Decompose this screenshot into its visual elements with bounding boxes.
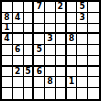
cell-r9c8[interactable]	[77, 88, 88, 99]
cell-r3c4[interactable]	[34, 24, 45, 35]
cell-r3c8[interactable]	[77, 24, 88, 35]
cell-r4c7[interactable]: 8	[67, 34, 78, 45]
cell-r7c7[interactable]	[67, 67, 78, 78]
cell-r8c4[interactable]	[34, 77, 45, 88]
cell-r8c2[interactable]	[13, 77, 24, 88]
cell-r6c6[interactable]	[56, 56, 67, 67]
cell-r7c2[interactable]: 2	[13, 67, 24, 78]
cell-r4c5[interactable]: 3	[45, 34, 56, 45]
cell-r8c6[interactable]	[56, 77, 67, 88]
cell-r8c9[interactable]	[88, 77, 99, 88]
cell-r9c9[interactable]	[88, 88, 99, 99]
given-digit: 5	[36, 46, 42, 54]
cell-r2c8[interactable]: 3	[77, 13, 88, 24]
cell-r7c1[interactable]	[2, 67, 13, 78]
sudoku-board: 72584314386525681	[0, 0, 101, 101]
cell-r5c5[interactable]	[45, 45, 56, 56]
cell-r2c2[interactable]: 4	[13, 13, 24, 24]
cell-r1c8[interactable]: 5	[77, 2, 88, 13]
cell-r4c6[interactable]	[56, 34, 67, 45]
given-digit: 6	[36, 68, 42, 76]
cell-r7c9[interactable]	[88, 67, 99, 78]
given-digit: 8	[47, 78, 53, 86]
cell-r6c3[interactable]	[24, 56, 35, 67]
cell-r4c4[interactable]	[34, 34, 45, 45]
given-digit: 7	[36, 3, 42, 11]
cell-r5c2[interactable]: 6	[13, 45, 24, 56]
cell-r3c6[interactable]	[56, 24, 67, 35]
cell-r1c3[interactable]	[24, 2, 35, 13]
cell-r3c3[interactable]	[24, 24, 35, 35]
given-digit: 6	[15, 46, 21, 54]
cell-r1c7[interactable]	[67, 2, 78, 13]
given-digit: 4	[15, 14, 21, 22]
cell-r5c8[interactable]	[77, 45, 88, 56]
cell-r3c7[interactable]	[67, 24, 78, 35]
cell-r3c9[interactable]	[88, 24, 99, 35]
cell-r1c9[interactable]	[88, 2, 99, 13]
cell-r5c1[interactable]	[2, 45, 13, 56]
cell-r4c3[interactable]	[24, 34, 35, 45]
cell-r8c1[interactable]	[2, 77, 13, 88]
given-digit: 8	[69, 35, 75, 43]
cell-r6c4[interactable]	[34, 56, 45, 67]
cell-r7c6[interactable]	[56, 67, 67, 78]
cell-r4c8[interactable]	[77, 34, 88, 45]
cell-r9c1[interactable]	[2, 88, 13, 99]
given-digit: 3	[47, 35, 53, 43]
cell-r6c8[interactable]	[77, 56, 88, 67]
cell-r9c2[interactable]	[13, 88, 24, 99]
cell-r3c5[interactable]	[45, 24, 56, 35]
cell-r8c3[interactable]	[24, 77, 35, 88]
given-digit: 8	[4, 14, 10, 22]
cell-r4c9[interactable]	[88, 34, 99, 45]
cell-r2c4[interactable]	[34, 13, 45, 24]
cell-r3c2[interactable]	[13, 24, 24, 35]
cell-r7c8[interactable]	[77, 67, 88, 78]
cell-r6c7[interactable]	[67, 56, 78, 67]
given-digit: 2	[15, 68, 21, 76]
cell-r1c5[interactable]	[45, 2, 56, 13]
cell-r2c9[interactable]	[88, 13, 99, 24]
cell-r1c1[interactable]	[2, 2, 13, 13]
cell-r5c3[interactable]	[24, 45, 35, 56]
cell-r1c4[interactable]: 7	[34, 2, 45, 13]
given-digit: 5	[25, 68, 31, 76]
cell-r2c6[interactable]	[56, 13, 67, 24]
given-digit: 2	[57, 3, 63, 11]
cell-r6c2[interactable]	[13, 56, 24, 67]
given-digit: 1	[4, 24, 10, 32]
cell-r7c3[interactable]: 5	[24, 67, 35, 78]
cell-r8c7[interactable]: 1	[67, 77, 78, 88]
cell-r9c6[interactable]	[56, 88, 67, 99]
cell-r6c1[interactable]	[2, 56, 13, 67]
cell-r2c3[interactable]	[24, 13, 35, 24]
cell-r9c4[interactable]	[34, 88, 45, 99]
given-digit: 3	[80, 14, 86, 22]
cell-r7c5[interactable]	[45, 67, 56, 78]
cell-r5c9[interactable]	[88, 45, 99, 56]
cell-r4c2[interactable]	[13, 34, 24, 45]
cell-r1c6[interactable]: 2	[56, 2, 67, 13]
cell-r3c1[interactable]: 1	[2, 24, 13, 35]
cell-r8c8[interactable]	[77, 77, 88, 88]
cell-r9c5[interactable]	[45, 88, 56, 99]
cell-r2c5[interactable]	[45, 13, 56, 24]
cell-r5c7[interactable]	[67, 45, 78, 56]
cell-r5c6[interactable]	[56, 45, 67, 56]
cell-r1c2[interactable]	[13, 2, 24, 13]
cell-r9c7[interactable]	[67, 88, 78, 99]
cell-r8c5[interactable]: 8	[45, 77, 56, 88]
cell-r4c1[interactable]: 4	[2, 34, 13, 45]
cell-r7c4[interactable]: 6	[34, 67, 45, 78]
cell-r2c1[interactable]: 8	[2, 13, 13, 24]
cell-r9c3[interactable]	[24, 88, 35, 99]
cell-r6c5[interactable]	[45, 56, 56, 67]
cell-r6c9[interactable]	[88, 56, 99, 67]
given-digit: 4	[4, 35, 10, 43]
cell-r2c7[interactable]	[67, 13, 78, 24]
cell-r5c4[interactable]: 5	[34, 45, 45, 56]
given-digit: 1	[69, 78, 75, 86]
given-digit: 5	[80, 3, 86, 11]
